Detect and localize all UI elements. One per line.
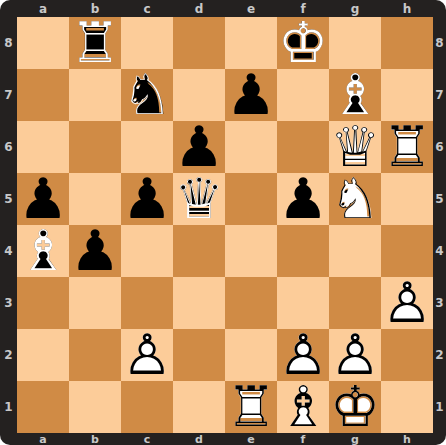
square-e6[interactable] — [225, 121, 277, 173]
piece-black-pawn[interactable]: ♟ — [277, 173, 329, 225]
piece-glyph-outline: ♔ — [330, 381, 380, 433]
file-label-a: a — [17, 433, 69, 445]
rank-label-2: 2 — [0, 329, 17, 381]
square-f7[interactable] — [277, 69, 329, 121]
rank-label-4: 4 — [433, 225, 446, 277]
piece-glyph-outline: ♘ — [122, 69, 172, 121]
square-h2[interactable] — [381, 329, 433, 381]
piece-glyph-outline: ♖ — [70, 17, 120, 69]
piece-glyph-outline: ♖ — [226, 381, 276, 433]
piece-glyph-outline: ♙ — [122, 329, 172, 381]
piece-black-bishop[interactable]: ♝♗ — [17, 225, 69, 277]
rank-labels-right: 87654321 — [433, 17, 446, 433]
square-h1[interactable] — [381, 381, 433, 433]
square-d3[interactable] — [173, 277, 225, 329]
rank-label-5: 5 — [433, 173, 446, 225]
rank-label-5: 5 — [0, 173, 17, 225]
square-h8[interactable] — [381, 17, 433, 69]
chess-board: ♜♖♚♔♞♘♟♝♗♟♛♕♜♖♟♟♛♕♟♞♘♝♗♟♟♙♟♙♟♙♟♙♜♖♝♗♚♔ — [17, 17, 433, 433]
square-d1[interactable] — [173, 381, 225, 433]
square-e5[interactable] — [225, 173, 277, 225]
square-f4[interactable] — [277, 225, 329, 277]
square-d2[interactable] — [173, 329, 225, 381]
rank-label-7: 7 — [433, 69, 446, 121]
square-g1[interactable]: ♚♔ — [329, 381, 381, 433]
piece-glyph-fill: ♟ — [70, 225, 120, 277]
square-h6[interactable]: ♜♖ — [381, 121, 433, 173]
square-c7[interactable]: ♞♘ — [121, 69, 173, 121]
square-b7[interactable] — [69, 69, 121, 121]
square-c2[interactable]: ♟♙ — [121, 329, 173, 381]
square-f1[interactable]: ♝♗ — [277, 381, 329, 433]
square-a3[interactable] — [17, 277, 69, 329]
square-e1[interactable]: ♜♖ — [225, 381, 277, 433]
file-label-h: h — [381, 433, 433, 445]
rank-label-2: 2 — [433, 329, 446, 381]
square-d8[interactable] — [173, 17, 225, 69]
piece-glyph-outline: ♙ — [382, 277, 432, 329]
square-a7[interactable] — [17, 69, 69, 121]
square-c5[interactable]: ♟ — [121, 173, 173, 225]
file-label-g: g — [329, 0, 381, 17]
piece-white-rook[interactable]: ♜♖ — [381, 121, 433, 173]
square-c1[interactable] — [121, 381, 173, 433]
square-a1[interactable] — [17, 381, 69, 433]
square-d5[interactable]: ♛♕ — [173, 173, 225, 225]
file-label-a: a — [17, 0, 69, 17]
square-c4[interactable] — [121, 225, 173, 277]
square-a8[interactable] — [17, 17, 69, 69]
square-b3[interactable] — [69, 277, 121, 329]
piece-white-bishop[interactable]: ♝♗ — [277, 381, 329, 433]
square-b2[interactable] — [69, 329, 121, 381]
piece-white-knight[interactable]: ♞♘ — [329, 173, 381, 225]
rank-label-8: 8 — [0, 17, 17, 69]
piece-white-pawn[interactable]: ♟♙ — [381, 277, 433, 329]
rank-labels-left: 87654321 — [0, 17, 17, 433]
file-label-d: d — [173, 0, 225, 17]
piece-black-queen[interactable]: ♛♕ — [173, 173, 225, 225]
rank-label-6: 6 — [433, 121, 446, 173]
piece-glyph-fill: ♟ — [226, 69, 276, 121]
rank-label-1: 1 — [433, 381, 446, 433]
file-label-e: e — [225, 0, 277, 17]
rank-label-3: 3 — [0, 277, 17, 329]
piece-glyph-fill: ♟ — [122, 173, 172, 225]
rank-label-1: 1 — [0, 381, 17, 433]
rank-label-3: 3 — [433, 277, 446, 329]
piece-black-pawn[interactable]: ♟ — [225, 69, 277, 121]
file-label-h: h — [381, 0, 433, 17]
file-label-b: b — [69, 433, 121, 445]
square-e3[interactable] — [225, 277, 277, 329]
square-d4[interactable] — [173, 225, 225, 277]
square-h5[interactable] — [381, 173, 433, 225]
square-g4[interactable] — [329, 225, 381, 277]
piece-white-pawn[interactable]: ♟♙ — [121, 329, 173, 381]
square-g5[interactable]: ♞♘ — [329, 173, 381, 225]
piece-black-pawn[interactable]: ♟ — [69, 225, 121, 277]
square-b6[interactable] — [69, 121, 121, 173]
piece-glyph-fill: ♟ — [278, 173, 328, 225]
piece-glyph-outline: ♗ — [18, 225, 68, 277]
square-b1[interactable] — [69, 381, 121, 433]
chess-board-frame: abcdefgh abcdefgh 87654321 87654321 ♜♖♚♔… — [0, 0, 446, 445]
rank-label-7: 7 — [0, 69, 17, 121]
piece-glyph-outline: ♕ — [174, 173, 224, 225]
square-b4[interactable]: ♟ — [69, 225, 121, 277]
square-a2[interactable] — [17, 329, 69, 381]
piece-glyph-outline: ♗ — [278, 381, 328, 433]
square-f8[interactable]: ♚♔ — [277, 17, 329, 69]
piece-white-rook[interactable]: ♜♖ — [225, 381, 277, 433]
file-label-c: c — [121, 0, 173, 17]
piece-black-knight[interactable]: ♞♘ — [121, 69, 173, 121]
square-f5[interactable]: ♟ — [277, 173, 329, 225]
square-h3[interactable]: ♟♙ — [381, 277, 433, 329]
square-e4[interactable] — [225, 225, 277, 277]
file-label-d: d — [173, 433, 225, 445]
piece-glyph-outline: ♔ — [278, 17, 328, 69]
piece-black-king[interactable]: ♚♔ — [277, 17, 329, 69]
piece-white-king[interactable]: ♚♔ — [329, 381, 381, 433]
rank-label-8: 8 — [433, 17, 446, 69]
piece-glyph-outline: ♖ — [382, 121, 432, 173]
piece-black-pawn[interactable]: ♟ — [121, 173, 173, 225]
piece-black-rook[interactable]: ♜♖ — [69, 17, 121, 69]
rank-label-4: 4 — [0, 225, 17, 277]
rank-label-6: 6 — [0, 121, 17, 173]
piece-glyph-outline: ♘ — [330, 173, 380, 225]
square-b8[interactable]: ♜♖ — [69, 17, 121, 69]
square-a4[interactable]: ♝♗ — [17, 225, 69, 277]
square-e7[interactable]: ♟ — [225, 69, 277, 121]
file-label-c: c — [121, 433, 173, 445]
